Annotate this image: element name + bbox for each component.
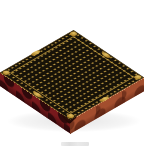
- watermark: [61, 142, 89, 146]
- chess-board: [0, 30, 144, 120]
- gold-medallion-icon: [68, 31, 78, 37]
- gold-medallion-icon: [1, 70, 11, 76]
- product-photo: [0, 0, 150, 150]
